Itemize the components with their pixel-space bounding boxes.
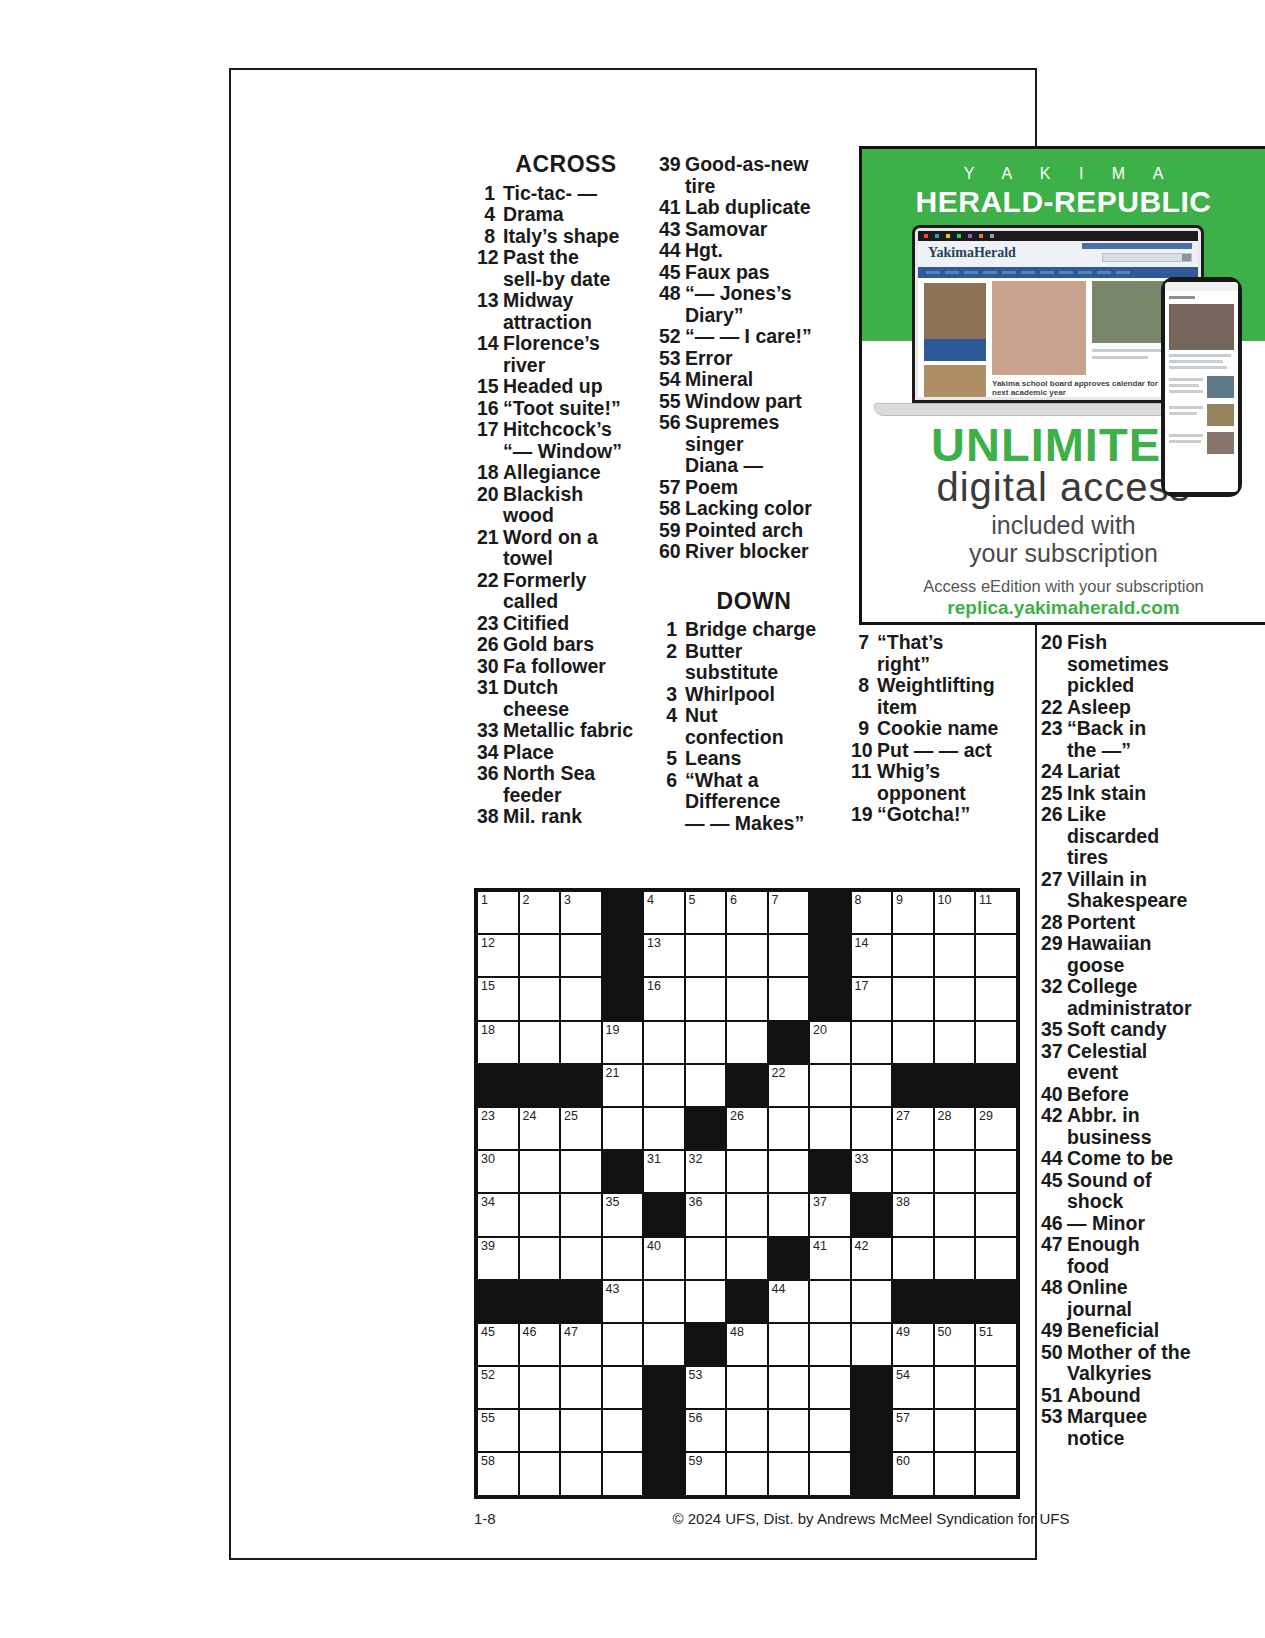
- grid-cell-r7c5[interactable]: 31: [644, 1151, 684, 1192]
- ad-brand-herald-republic: HERALD-REPUBLIC: [862, 185, 1265, 219]
- grid-cell-r9c3[interactable]: [561, 1238, 601, 1279]
- clue-item: 45Sound of shock: [1041, 1170, 1231, 1213]
- browser-chrome-bar: [918, 231, 1198, 241]
- grid-cell-r8c12[interactable]: [935, 1194, 975, 1235]
- grid-cell-r9c13[interactable]: [976, 1238, 1016, 1279]
- grid-cell-r6c13[interactable]: 29: [976, 1108, 1016, 1149]
- grid-cell-r13c4[interactable]: [603, 1410, 643, 1451]
- grid-cell-r9c5[interactable]: 40: [644, 1238, 684, 1279]
- grid-cell-r5c9[interactable]: [810, 1065, 850, 1106]
- grid-cell-r1c1[interactable]: 1: [478, 892, 518, 933]
- cell-number: 24: [523, 1109, 537, 1123]
- clue-item: 1Bridge charge: [659, 619, 849, 641]
- grid-cell-r4c6[interactable]: [686, 1022, 726, 1063]
- grid-cell-r13c8[interactable]: [769, 1410, 809, 1451]
- clue-number: 60: [659, 541, 685, 563]
- clue-text: Faux pas: [685, 262, 849, 284]
- grid-cell-r13c9[interactable]: [810, 1410, 850, 1451]
- grid-cell-r3c7[interactable]: [727, 978, 767, 1019]
- grid-cell-r7c1[interactable]: 30: [478, 1151, 518, 1192]
- grid-cell-r3c6[interactable]: [686, 978, 726, 1019]
- grid-cell-black: [976, 1281, 1016, 1322]
- clue-text: Place: [503, 742, 655, 764]
- cell-number: 11: [979, 893, 992, 907]
- grid-cell-r6c7[interactable]: 26: [727, 1108, 767, 1149]
- clue-text: Celestial event: [1067, 1041, 1231, 1084]
- grid-cell-r3c3[interactable]: [561, 978, 601, 1019]
- grid-cell-r6c2[interactable]: 24: [520, 1108, 560, 1149]
- text-bar: [1169, 406, 1203, 409]
- grid-cell-r6c10[interactable]: [852, 1108, 892, 1149]
- grid-cell-r6c4[interactable]: [603, 1108, 643, 1149]
- clue-number: 59: [659, 520, 685, 542]
- clue-number: 28: [1041, 912, 1067, 934]
- grid-cell-r8c7[interactable]: [727, 1194, 767, 1235]
- grid-cell-r11c9[interactable]: [810, 1324, 850, 1365]
- grid-cell-r4c13[interactable]: [976, 1022, 1016, 1063]
- cell-number: 20: [813, 1023, 827, 1037]
- grid-cell-r1c2[interactable]: 2: [520, 892, 560, 933]
- grid-cell-r11c11[interactable]: 49: [893, 1324, 933, 1365]
- grid-cell-r11c13[interactable]: 51: [976, 1324, 1016, 1365]
- grid-cell-r2c12[interactable]: [935, 935, 975, 976]
- grid-cell-r9c7[interactable]: [727, 1238, 767, 1279]
- grid-cell-r8c9[interactable]: 37: [810, 1194, 850, 1235]
- grid-cell-r11c8[interactable]: [769, 1324, 809, 1365]
- clue-item: 38Mil. rank: [477, 806, 655, 828]
- clue-item: 14Florence’s river: [477, 333, 655, 376]
- clue-text: Italy’s shape: [503, 226, 655, 248]
- clue-number: 15: [477, 376, 503, 398]
- grid-cell-r13c6[interactable]: 56: [686, 1410, 726, 1451]
- cell-number: 55: [481, 1411, 495, 1425]
- laptop-screen: YakimaHerald Yakima school board approve…: [918, 231, 1198, 397]
- grid-cell-r2c7[interactable]: [727, 935, 767, 976]
- subscription-ad: Y A K I M A HERALD-REPUBLIC YakimaHerald: [859, 146, 1265, 625]
- phone-thumb-1: [1207, 376, 1234, 398]
- clue-item: 43Samovar: [659, 219, 849, 241]
- clue-text: “Gotcha!”: [877, 804, 1039, 826]
- text-bar: [1169, 296, 1195, 299]
- clue-text: Villain in Shakespeare: [1067, 869, 1231, 912]
- grid-cell-r11c4[interactable]: [603, 1324, 643, 1365]
- ad-replica-url: replica.yakimaherald.com: [862, 597, 1265, 619]
- clue-item: 44Hgt.: [659, 240, 849, 262]
- grid-cell-r4c10[interactable]: [852, 1022, 892, 1063]
- grid-cell-black: [935, 1065, 975, 1106]
- grid-cell-r8c2[interactable]: [520, 1194, 560, 1235]
- clue-column-across-down: 39Good-as-new tire41Lab duplicate43Samov…: [659, 154, 849, 834]
- grid-cell-r14c1[interactable]: 58: [478, 1453, 518, 1494]
- grid-cell-r9c1[interactable]: 39: [478, 1238, 518, 1279]
- clue-column-across: ACROSS1Tic-tac- —4Drama8Italy’s shape12P…: [477, 154, 655, 828]
- clue-item: 48“— Jones’s Diary”: [659, 283, 849, 326]
- grid-cell-r9c10[interactable]: 42: [852, 1238, 892, 1279]
- grid-cell-r3c10[interactable]: 17: [852, 978, 892, 1019]
- text-bar: [1169, 440, 1201, 443]
- ad-included-line-1: included with: [862, 511, 1265, 540]
- grid-cell-r8c3[interactable]: [561, 1194, 601, 1235]
- grid-cell-r4c12[interactable]: [935, 1022, 975, 1063]
- clue-text: “That’s right”: [877, 632, 1039, 675]
- clue-text: Window part: [685, 391, 849, 413]
- grid-cell-r14c3[interactable]: [561, 1453, 601, 1494]
- grid-cell-r13c12[interactable]: [935, 1410, 975, 1451]
- grid-cell-r2c10[interactable]: 14: [852, 935, 892, 976]
- grid-cell-r7c3[interactable]: [561, 1151, 601, 1192]
- grid-cell-r10c5[interactable]: [644, 1281, 684, 1322]
- grid-cell-r5c6[interactable]: [686, 1065, 726, 1106]
- grid-cell-r14c8[interactable]: [769, 1453, 809, 1494]
- grid-cell-r14c11[interactable]: 60: [893, 1453, 933, 1494]
- clue-text: Abound: [1067, 1385, 1231, 1407]
- clue-item: 51Abound: [1041, 1385, 1231, 1407]
- cell-number: 22: [772, 1066, 786, 1080]
- grid-cell-r4c9[interactable]: 20: [810, 1022, 850, 1063]
- clue-number: 17: [477, 419, 503, 441]
- cell-number: 57: [896, 1411, 910, 1425]
- grid-cell-r7c13[interactable]: [976, 1151, 1016, 1192]
- grid-cell-r1c6[interactable]: 5: [686, 892, 726, 933]
- grid-cell-r10c6[interactable]: [686, 1281, 726, 1322]
- grid-cell-r2c13[interactable]: [976, 935, 1016, 976]
- grid-cell-r2c6[interactable]: [686, 935, 726, 976]
- cell-number: 47: [564, 1325, 578, 1339]
- grid-cell-black: [644, 1453, 684, 1494]
- clue-number: 47: [1041, 1234, 1067, 1256]
- text-bar: [1169, 360, 1223, 363]
- clue-text: North Sea feeder: [503, 763, 655, 806]
- phone-thumb-2: [1207, 404, 1234, 426]
- clue-item: 41Lab duplicate: [659, 197, 849, 219]
- clue-text: Abbr. in business: [1067, 1105, 1231, 1148]
- grid-cell-r11c1[interactable]: 45: [478, 1324, 518, 1365]
- grid-cell-r1c13[interactable]: 11: [976, 892, 1016, 933]
- clue-number: 19: [851, 804, 877, 826]
- clue-text: Tic-tac- —: [503, 183, 655, 205]
- grid-cell-black: [520, 1065, 560, 1106]
- text-bar: [1092, 356, 1148, 359]
- grid-cell-r8c8[interactable]: [769, 1194, 809, 1235]
- grid-cell-r8c6[interactable]: 36: [686, 1194, 726, 1235]
- grid-cell-r12c4[interactable]: [603, 1367, 643, 1408]
- grid-cell-r14c7[interactable]: [727, 1453, 767, 1494]
- clue-item: 10Put — — act: [851, 740, 1039, 762]
- grid-cell-r11c5[interactable]: [644, 1324, 684, 1365]
- grid-cell-r12c8[interactable]: [769, 1367, 809, 1408]
- grid-cell-black: [852, 1453, 892, 1494]
- grid-cell-r3c2[interactable]: [520, 978, 560, 1019]
- cell-number: 54: [896, 1368, 910, 1382]
- grid-cell-r14c13[interactable]: [976, 1453, 1016, 1494]
- grid-cell-r1c11[interactable]: 9: [893, 892, 933, 933]
- clue-text: Word on a towel: [503, 527, 655, 570]
- grid-cell-r7c6[interactable]: 32: [686, 1151, 726, 1192]
- clue-text: Samovar: [685, 219, 849, 241]
- clue-text: Pointed arch: [685, 520, 849, 542]
- clue-number: 11: [851, 761, 877, 783]
- cell-number: 58: [481, 1454, 495, 1468]
- clue-text: Hawaiian goose: [1067, 933, 1231, 976]
- grid-cell-r9c4[interactable]: [603, 1238, 643, 1279]
- car-ad-image: [924, 365, 986, 397]
- grid-cell-r5c10[interactable]: [852, 1065, 892, 1106]
- grid-cell-r10c8[interactable]: 44: [769, 1281, 809, 1322]
- website-masthead: YakimaHerald: [918, 241, 1198, 267]
- clue-number: 41: [659, 197, 685, 219]
- clue-number: 54: [659, 369, 685, 391]
- grid-cell-r2c2[interactable]: [520, 935, 560, 976]
- grid-cell-r13c3[interactable]: [561, 1410, 601, 1451]
- phone-screen: [1165, 282, 1238, 492]
- grid-cell-r6c11[interactable]: 27: [893, 1108, 933, 1149]
- clue-number: 23: [1041, 718, 1067, 740]
- grid-cell-r2c3[interactable]: [561, 935, 601, 976]
- clue-item: 45Faux pas: [659, 262, 849, 284]
- grid-cell-r11c12[interactable]: 50: [935, 1324, 975, 1365]
- grid-cell-r4c5[interactable]: [644, 1022, 684, 1063]
- grid-cell-r1c3[interactable]: 3: [561, 892, 601, 933]
- grid-cell-r7c2[interactable]: [520, 1151, 560, 1192]
- clue-text: Headed up: [503, 376, 655, 398]
- cell-number: 51: [979, 1325, 993, 1339]
- cell-number: 35: [606, 1195, 620, 1209]
- clue-number: 20: [477, 484, 503, 506]
- masthead-search-box: [1102, 253, 1192, 262]
- grid-cell-r4c11[interactable]: [893, 1022, 933, 1063]
- grid-cell-r14c6[interactable]: 59: [686, 1453, 726, 1494]
- grid-cell-r4c4[interactable]: 19: [603, 1022, 643, 1063]
- clue-number: 57: [659, 477, 685, 499]
- grid-cell-r10c4[interactable]: 43: [603, 1281, 643, 1322]
- grid-cell-r5c5[interactable]: [644, 1065, 684, 1106]
- clue-column-down-3: 20Fish sometimes pickled22Asleep23“Back …: [1041, 632, 1231, 1449]
- clue-item: 18Allegiance: [477, 462, 655, 484]
- grid-cell-r11c7[interactable]: 48: [727, 1324, 767, 1365]
- grid-cell-r13c11[interactable]: 57: [893, 1410, 933, 1451]
- grid-cell-r14c9[interactable]: [810, 1453, 850, 1494]
- clue-text: Fish sometimes pickled: [1067, 632, 1231, 697]
- cell-number: 50: [938, 1325, 952, 1339]
- grid-cell-r1c12[interactable]: 10: [935, 892, 975, 933]
- grid-cell-r1c10[interactable]: 8: [852, 892, 892, 933]
- grid-cell-black: [727, 1281, 767, 1322]
- clue-text: Dutch cheese: [503, 677, 655, 720]
- ad-included-line-2: your subscription: [862, 539, 1265, 568]
- grid-cell-r5c4[interactable]: 21: [603, 1065, 643, 1106]
- grid-cell-r9c11[interactable]: [893, 1238, 933, 1279]
- grid-cell-r7c7[interactable]: [727, 1151, 767, 1192]
- grid-cell-r11c10[interactable]: [852, 1324, 892, 1365]
- grid-cell-r3c12[interactable]: [935, 978, 975, 1019]
- grid-cell-r3c13[interactable]: [976, 978, 1016, 1019]
- clue-number: 13: [477, 290, 503, 312]
- cell-number: 48: [730, 1325, 744, 1339]
- grid-cell-r8c4[interactable]: 35: [603, 1194, 643, 1235]
- clue-item: 16“Toot suite!”: [477, 398, 655, 420]
- grid-cell-r12c13[interactable]: [976, 1367, 1016, 1408]
- newspaper-puzzle-page: ACROSS1Tic-tac- —4Drama8Italy’s shape12P…: [0, 0, 1265, 1638]
- grid-cell-r11c2[interactable]: 46: [520, 1324, 560, 1365]
- grid-cell-r3c11[interactable]: [893, 978, 933, 1019]
- grid-cell-r4c3[interactable]: [561, 1022, 601, 1063]
- grid-cell-r9c9[interactable]: 41: [810, 1238, 850, 1279]
- clue-text: Like discarded tires: [1067, 804, 1231, 869]
- grid-cell-r1c8[interactable]: 7: [769, 892, 809, 933]
- clue-number: 45: [1041, 1170, 1067, 1192]
- clue-item: 13Midway attraction: [477, 290, 655, 333]
- clue-number: 2: [659, 641, 685, 663]
- clue-item: 49Beneficial: [1041, 1320, 1231, 1342]
- grid-cell-r6c5[interactable]: [644, 1108, 684, 1149]
- grid-cell-black: [603, 1151, 643, 1192]
- cell-number: 43: [606, 1282, 620, 1296]
- clue-text: Metallic fabric: [503, 720, 655, 742]
- clue-item: 40Before: [1041, 1084, 1231, 1106]
- clue-item: 32College administrator: [1041, 976, 1231, 1019]
- cell-number: 7: [772, 893, 779, 907]
- clue-number: 16: [477, 398, 503, 420]
- grid-cell-r12c1[interactable]: 52: [478, 1367, 518, 1408]
- grid-cell-black: [810, 978, 850, 1019]
- grid-cell-r11c3[interactable]: 47: [561, 1324, 601, 1365]
- grid-cell-r4c1[interactable]: 18: [478, 1022, 518, 1063]
- grid-cell-r5c8[interactable]: 22: [769, 1065, 809, 1106]
- grid-cell-r13c7[interactable]: [727, 1410, 767, 1451]
- cell-number: 21: [606, 1066, 620, 1080]
- grid-cell-r6c3[interactable]: 25: [561, 1108, 601, 1149]
- grid-cell-r14c12[interactable]: [935, 1453, 975, 1494]
- clue-item: 56Supremes singer Diana —: [659, 412, 849, 477]
- clue-item: 60River blocker: [659, 541, 849, 563]
- grid-cell-r7c8[interactable]: [769, 1151, 809, 1192]
- grid-cell-r12c9[interactable]: [810, 1367, 850, 1408]
- cell-number: 25: [564, 1109, 578, 1123]
- clue-number: 43: [659, 219, 685, 241]
- grid-cell-r12c11[interactable]: 54: [893, 1367, 933, 1408]
- phone-thumb-3: [1207, 432, 1234, 454]
- clue-text: Supremes singer Diana —: [685, 412, 849, 477]
- grid-cell-r4c2[interactable]: [520, 1022, 560, 1063]
- grid-cell-r12c7[interactable]: [727, 1367, 767, 1408]
- grid-cell-r1c7[interactable]: 6: [727, 892, 767, 933]
- grid-cell-r12c3[interactable]: [561, 1367, 601, 1408]
- grid-cell-black: [935, 1281, 975, 1322]
- grid-cell-r13c2[interactable]: [520, 1410, 560, 1451]
- clue-text: Online journal: [1067, 1277, 1231, 1320]
- text-bar: [1092, 349, 1162, 352]
- grid-cell-r13c13[interactable]: [976, 1410, 1016, 1451]
- grid-cell-black: [644, 1367, 684, 1408]
- clue-text: Formerly called: [503, 570, 655, 613]
- clue-number: 24: [1041, 761, 1067, 783]
- grid-cell-black: [561, 1065, 601, 1106]
- cell-number: 4: [647, 893, 654, 907]
- grid-cell-r12c2[interactable]: [520, 1367, 560, 1408]
- clue-text: Mother of the Valkyries: [1067, 1342, 1231, 1385]
- grid-cell-r14c2[interactable]: [520, 1453, 560, 1494]
- grid-cell-r6c12[interactable]: 28: [935, 1108, 975, 1149]
- grid-cell-r1c5[interactable]: 4: [644, 892, 684, 933]
- grid-cell-r8c13[interactable]: [976, 1194, 1016, 1235]
- clue-item: 36North Sea feeder: [477, 763, 655, 806]
- cell-number: 30: [481, 1152, 495, 1166]
- grid-cell-r10c10[interactable]: [852, 1281, 892, 1322]
- cell-number: 17: [855, 979, 869, 993]
- clue-number: 46: [1041, 1213, 1067, 1235]
- cell-number: 9: [896, 893, 903, 907]
- grid-cell-black: [520, 1281, 560, 1322]
- grid-cell-r6c9[interactable]: [810, 1108, 850, 1149]
- clue-number: 49: [1041, 1320, 1067, 1342]
- grid-cell-r6c8[interactable]: [769, 1108, 809, 1149]
- grid-cell-r12c12[interactable]: [935, 1367, 975, 1408]
- grid-cell-r10c9[interactable]: [810, 1281, 850, 1322]
- text-bar: [1169, 434, 1203, 437]
- clue-text: Drama: [503, 204, 655, 226]
- grid-cell-r9c2[interactable]: [520, 1238, 560, 1279]
- cell-number: 27: [896, 1109, 910, 1123]
- grid-cell-r3c1[interactable]: 15: [478, 978, 518, 1019]
- clue-text: Midway attraction: [503, 290, 655, 333]
- grid-cell-r12c6[interactable]: 53: [686, 1367, 726, 1408]
- clue-item: 26Gold bars: [477, 634, 655, 656]
- clue-item: 33Metallic fabric: [477, 720, 655, 742]
- cell-number: 18: [481, 1023, 495, 1037]
- grid-cell-black: [769, 1238, 809, 1279]
- laptop-news-headline: Yakima school board approves calendar fo…: [992, 379, 1162, 397]
- grid-cell-black: [603, 978, 643, 1019]
- clue-text: Allegiance: [503, 462, 655, 484]
- grid-cell-r7c11[interactable]: [893, 1151, 933, 1192]
- grid-cell-black: [603, 892, 643, 933]
- grid-cell-black: [810, 935, 850, 976]
- grid-cell-r6c1[interactable]: 23: [478, 1108, 518, 1149]
- clue-text: Gold bars: [503, 634, 655, 656]
- grid-cell-black: [852, 1194, 892, 1235]
- clue-item: 23Citified: [477, 613, 655, 635]
- grid-cell-r7c10[interactable]: 33: [852, 1151, 892, 1192]
- clue-number: 7: [851, 632, 877, 654]
- clue-number: 5: [659, 748, 685, 770]
- grid-cell-black: [478, 1065, 518, 1106]
- clue-item: 20Fish sometimes pickled: [1041, 632, 1231, 697]
- grid-cell-r14c4[interactable]: [603, 1453, 643, 1494]
- grid-cell-r4c7[interactable]: [727, 1022, 767, 1063]
- grid-cell-r13c1[interactable]: 55: [478, 1410, 518, 1451]
- grid-cell-r2c11[interactable]: [893, 935, 933, 976]
- grid-cell-r9c6[interactable]: [686, 1238, 726, 1279]
- grid-cell-r3c8[interactable]: [769, 978, 809, 1019]
- grid-cell-r9c12[interactable]: [935, 1238, 975, 1279]
- clue-item: 22Formerly called: [477, 570, 655, 613]
- grid-cell-r2c5[interactable]: 13: [644, 935, 684, 976]
- grid-cell-r8c11[interactable]: 38: [893, 1194, 933, 1235]
- grid-cell-r8c1[interactable]: 34: [478, 1194, 518, 1235]
- grid-cell-r3c5[interactable]: 16: [644, 978, 684, 1019]
- cell-number: 44: [772, 1282, 786, 1296]
- clue-text: Cookie name: [877, 718, 1039, 740]
- clue-item: 31Dutch cheese: [477, 677, 655, 720]
- puzzle-page-border: ACROSS1Tic-tac- —4Drama8Italy’s shape12P…: [229, 68, 1037, 1560]
- grid-cell-r7c12[interactable]: [935, 1151, 975, 1192]
- clue-number: 34: [477, 742, 503, 764]
- grid-cell-r2c8[interactable]: [769, 935, 809, 976]
- clue-text: Asleep: [1067, 697, 1231, 719]
- grid-cell-r2c1[interactable]: 12: [478, 935, 518, 976]
- clue-number: 6: [659, 770, 685, 792]
- photo-caption-bar: [924, 339, 986, 361]
